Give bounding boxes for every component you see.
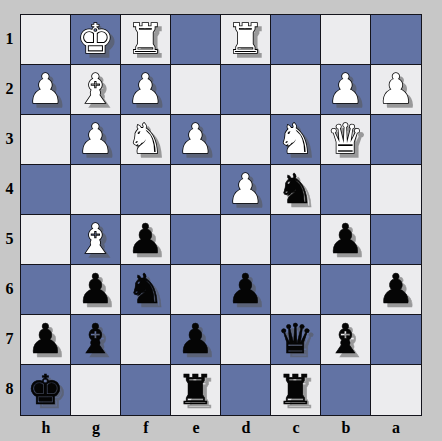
square-h6[interactable] (21, 265, 71, 315)
square-c1[interactable] (271, 15, 321, 65)
piece-black-pawn-d6[interactable]: ♟ (227, 269, 264, 310)
piece-white-king-g1[interactable]: ♚ (77, 19, 114, 60)
square-f5[interactable]: ♟ (121, 215, 171, 265)
piece-white-pawn-e3[interactable]: ♟ (177, 119, 214, 160)
piece-black-knight-c4[interactable]: ♞ (277, 169, 314, 210)
file-label-a: a (371, 416, 421, 440)
file-label-f: f (121, 416, 171, 440)
square-b6[interactable] (321, 265, 371, 315)
piece-black-bishop-g7[interactable]: ♝ (77, 319, 114, 360)
piece-black-pawn-h7[interactable]: ♟ (27, 319, 64, 360)
file-label-e: e (171, 416, 221, 440)
square-c2[interactable] (271, 65, 321, 115)
file-label-d: d (221, 416, 271, 440)
square-a5[interactable] (371, 215, 421, 265)
piece-white-pawn-h2[interactable]: ♟ (27, 69, 64, 110)
chess-board: ♚♜♜♟♝♟♟♟♟♞♟♞♛♟♞♝♟♟♟♞♟♟♟♝♟♛♝♚♜♜ (20, 14, 422, 416)
square-a6[interactable]: ♟ (371, 265, 421, 315)
square-c6[interactable] (271, 265, 321, 315)
board-window: ♚♜♜♟♝♟♟♟♟♞♟♞♛♟♞♝♟♟♟♞♟♟♟♝♟♛♝♚♜♜ 12345678 … (0, 0, 442, 441)
rank-label-1: 1 (0, 14, 19, 64)
square-f6[interactable]: ♞ (121, 265, 171, 315)
square-a7[interactable] (371, 315, 421, 365)
square-h7[interactable]: ♟ (21, 315, 71, 365)
piece-black-bishop-b7[interactable]: ♝ (327, 319, 364, 360)
square-c3[interactable]: ♞ (271, 115, 321, 165)
square-g1[interactable]: ♚ (71, 15, 121, 65)
piece-white-pawn-d4[interactable]: ♟ (227, 169, 264, 210)
rank-label-8: 8 (0, 364, 19, 414)
rank-label-5: 5 (0, 214, 19, 264)
square-h8[interactable]: ♚ (21, 365, 71, 415)
square-d4[interactable]: ♟ (221, 165, 271, 215)
square-e7[interactable]: ♟ (171, 315, 221, 365)
rank-label-6: 6 (0, 264, 19, 314)
piece-black-pawn-a6[interactable]: ♟ (378, 269, 415, 310)
square-g2[interactable]: ♝ (71, 65, 121, 115)
piece-black-pawn-b5[interactable]: ♟ (327, 219, 364, 260)
square-b8[interactable] (321, 365, 371, 415)
square-g7[interactable]: ♝ (71, 315, 121, 365)
rank-label-4: 4 (0, 164, 19, 214)
piece-white-bishop-g2[interactable]: ♝ (77, 69, 114, 110)
square-g8[interactable] (71, 365, 121, 415)
square-a1[interactable] (371, 15, 421, 65)
piece-white-knight-c3[interactable]: ♞ (277, 119, 314, 160)
square-b5[interactable]: ♟ (321, 215, 371, 265)
square-d7[interactable] (221, 315, 271, 365)
square-f3[interactable]: ♞ (121, 115, 171, 165)
square-c5[interactable] (271, 215, 321, 265)
square-a8[interactable] (371, 365, 421, 415)
square-g6[interactable]: ♟ (71, 265, 121, 315)
square-e6[interactable] (171, 265, 221, 315)
square-b1[interactable] (321, 15, 371, 65)
square-e1[interactable] (171, 15, 221, 65)
square-d3[interactable] (221, 115, 271, 165)
square-a4[interactable] (371, 165, 421, 215)
square-h1[interactable] (21, 15, 71, 65)
piece-black-pawn-f5[interactable]: ♟ (127, 219, 164, 260)
square-f8[interactable] (121, 365, 171, 415)
square-e4[interactable] (171, 165, 221, 215)
square-f7[interactable] (121, 315, 171, 365)
square-a3[interactable] (371, 115, 421, 165)
square-d8[interactable] (221, 365, 271, 415)
piece-white-rook-f1[interactable]: ♜ (127, 19, 164, 60)
square-g3[interactable]: ♟ (71, 115, 121, 165)
piece-white-pawn-b2[interactable]: ♟ (327, 69, 364, 110)
square-d1[interactable]: ♜ (221, 15, 271, 65)
square-f1[interactable]: ♜ (121, 15, 171, 65)
square-d2[interactable] (221, 65, 271, 115)
rank-label-3: 3 (0, 114, 19, 164)
square-d5[interactable] (221, 215, 271, 265)
piece-black-rook-c8[interactable]: ♜ (277, 370, 314, 411)
square-d6[interactable]: ♟ (221, 265, 271, 315)
piece-white-rook-d1[interactable]: ♜ (227, 19, 264, 60)
square-h4[interactable] (21, 165, 71, 215)
square-e2[interactable] (171, 65, 221, 115)
square-f4[interactable] (121, 165, 171, 215)
piece-black-pawn-e7[interactable]: ♟ (177, 319, 214, 360)
square-h5[interactable] (21, 215, 71, 265)
file-label-c: c (271, 416, 321, 440)
piece-white-pawn-g3[interactable]: ♟ (77, 119, 114, 160)
piece-black-rook-e8[interactable]: ♜ (177, 370, 214, 411)
piece-black-knight-f6[interactable]: ♞ (127, 269, 164, 310)
square-e3[interactable]: ♟ (171, 115, 221, 165)
piece-black-queen-c7[interactable]: ♛ (277, 319, 314, 360)
square-c7[interactable]: ♛ (271, 315, 321, 365)
piece-white-pawn-a2[interactable]: ♟ (378, 69, 415, 110)
piece-white-pawn-f2[interactable]: ♟ (127, 69, 164, 110)
file-label-b: b (321, 416, 371, 440)
square-b7[interactable]: ♝ (321, 315, 371, 365)
piece-white-knight-f3[interactable]: ♞ (127, 119, 164, 160)
square-h3[interactable] (21, 115, 71, 165)
square-a2[interactable]: ♟ (371, 65, 421, 115)
square-c4[interactable]: ♞ (271, 165, 321, 215)
square-h2[interactable]: ♟ (21, 65, 71, 115)
square-b4[interactable] (321, 165, 371, 215)
square-g4[interactable] (71, 165, 121, 215)
square-e5[interactable] (171, 215, 221, 265)
square-b3[interactable]: ♛ (321, 115, 371, 165)
piece-white-queen-b3[interactable]: ♛ (327, 119, 364, 160)
piece-black-king-h8[interactable]: ♚ (27, 370, 64, 411)
square-f2[interactable]: ♟ (121, 65, 171, 115)
rank-label-2: 2 (0, 64, 19, 114)
file-label-g: g (71, 416, 121, 440)
square-c8[interactable]: ♜ (271, 365, 321, 415)
piece-black-pawn-g6[interactable]: ♟ (77, 269, 114, 310)
square-g5[interactable]: ♝ (71, 215, 121, 265)
rank-label-7: 7 (0, 314, 19, 364)
square-e8[interactable]: ♜ (171, 365, 221, 415)
square-b2[interactable]: ♟ (321, 65, 371, 115)
piece-white-bishop-g5[interactable]: ♝ (77, 219, 114, 260)
file-label-h: h (21, 416, 71, 440)
